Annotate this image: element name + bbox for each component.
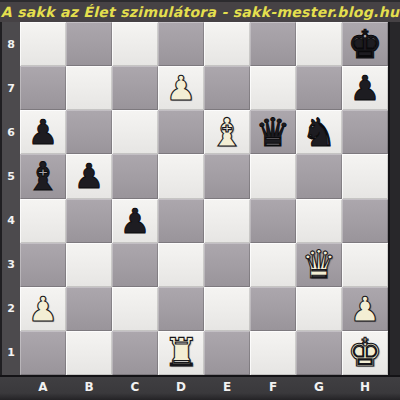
rank-label-7: 7 <box>2 66 20 110</box>
square-f8[interactable] <box>250 22 296 66</box>
square-c5[interactable] <box>112 154 158 198</box>
square-c4[interactable]: ♟ <box>112 199 158 243</box>
square-d3[interactable] <box>158 243 204 287</box>
black-pawn[interactable]: ♟ <box>66 154 112 198</box>
square-h4[interactable] <box>342 199 388 243</box>
square-g3[interactable]: ♛ <box>296 243 342 287</box>
page-title: A sakk az Élet szimulátora - sakk-mester… <box>1 4 399 20</box>
square-e8[interactable] <box>204 22 250 66</box>
square-a8[interactable] <box>20 22 66 66</box>
square-a2[interactable]: ♟ <box>20 287 66 331</box>
square-c1[interactable] <box>112 331 158 375</box>
square-c3[interactable] <box>112 243 158 287</box>
square-h6[interactable] <box>342 110 388 154</box>
square-a7[interactable] <box>20 66 66 110</box>
square-d5[interactable] <box>158 154 204 198</box>
white-queen[interactable]: ♛ <box>296 243 342 287</box>
file-label-e: E <box>204 375 250 398</box>
square-h2[interactable]: ♟ <box>342 287 388 331</box>
rank-label-2: 2 <box>2 287 20 331</box>
black-bishop[interactable]: ♝ <box>20 154 66 198</box>
white-pawn[interactable]: ♟ <box>20 287 66 331</box>
square-f3[interactable] <box>250 243 296 287</box>
square-d6[interactable] <box>158 110 204 154</box>
square-c2[interactable] <box>112 287 158 331</box>
file-label-f: F <box>250 375 296 398</box>
square-f7[interactable] <box>250 66 296 110</box>
square-c6[interactable] <box>112 110 158 154</box>
square-d8[interactable] <box>158 22 204 66</box>
rank-label-8: 8 <box>2 22 20 66</box>
square-b4[interactable] <box>66 199 112 243</box>
square-a3[interactable] <box>20 243 66 287</box>
square-g1[interactable] <box>296 331 342 375</box>
square-d7[interactable]: ♟ <box>158 66 204 110</box>
file-label-d: D <box>158 375 204 398</box>
square-b1[interactable] <box>66 331 112 375</box>
square-h5[interactable] <box>342 154 388 198</box>
white-bishop[interactable]: ♝ <box>204 110 250 154</box>
square-b3[interactable] <box>66 243 112 287</box>
file-label-a: A <box>20 375 66 398</box>
square-h1[interactable]: ♚ <box>342 331 388 375</box>
square-g6[interactable]: ♞ <box>296 110 342 154</box>
square-a5[interactable]: ♝ <box>20 154 66 198</box>
square-h7[interactable]: ♟ <box>342 66 388 110</box>
file-coordinates: ABCDEFGH <box>20 375 388 398</box>
square-a1[interactable] <box>20 331 66 375</box>
rank-coordinates: 87654321 <box>0 22 20 375</box>
square-e4[interactable] <box>204 199 250 243</box>
white-king[interactable]: ♚ <box>342 331 388 375</box>
square-f6[interactable]: ♛ <box>250 110 296 154</box>
square-c7[interactable] <box>112 66 158 110</box>
rank-label-4: 4 <box>2 199 20 243</box>
white-rook[interactable]: ♜ <box>158 331 204 375</box>
square-g5[interactable] <box>296 154 342 198</box>
square-b2[interactable] <box>66 287 112 331</box>
black-pawn[interactable]: ♟ <box>342 66 388 110</box>
square-b6[interactable] <box>66 110 112 154</box>
square-f4[interactable] <box>250 199 296 243</box>
square-a4[interactable] <box>20 199 66 243</box>
square-a6[interactable]: ♟ <box>20 110 66 154</box>
square-e7[interactable] <box>204 66 250 110</box>
square-d1[interactable]: ♜ <box>158 331 204 375</box>
board: ♚♟♟♟♝♛♞♝♟♟♛♟♟♜♚ <box>20 22 388 375</box>
file-label-g: G <box>296 375 342 398</box>
square-c8[interactable] <box>112 22 158 66</box>
title-bar: A sakk az Élet szimulátora - sakk-mester… <box>0 0 400 22</box>
square-g7[interactable] <box>296 66 342 110</box>
black-pawn[interactable]: ♟ <box>20 110 66 154</box>
chess-window: A sakk az Élet szimulátora - sakk-mester… <box>0 0 400 400</box>
black-king[interactable]: ♚ <box>342 22 388 66</box>
white-pawn[interactable]: ♟ <box>342 287 388 331</box>
square-f2[interactable] <box>250 287 296 331</box>
right-frame <box>388 22 400 400</box>
square-b8[interactable] <box>66 22 112 66</box>
square-e3[interactable] <box>204 243 250 287</box>
square-b7[interactable] <box>66 66 112 110</box>
rank-label-5: 5 <box>2 154 20 198</box>
square-d2[interactable] <box>158 287 204 331</box>
black-pawn[interactable]: ♟ <box>112 199 158 243</box>
file-label-h: H <box>342 375 388 398</box>
square-g4[interactable] <box>296 199 342 243</box>
square-f1[interactable] <box>250 331 296 375</box>
square-h3[interactable] <box>342 243 388 287</box>
square-e1[interactable] <box>204 331 250 375</box>
file-label-c: C <box>112 375 158 398</box>
square-e6[interactable]: ♝ <box>204 110 250 154</box>
square-g8[interactable] <box>296 22 342 66</box>
rank-label-6: 6 <box>2 110 20 154</box>
rank-label-1: 1 <box>2 331 20 375</box>
square-b5[interactable]: ♟ <box>66 154 112 198</box>
white-pawn[interactable]: ♟ <box>158 66 204 110</box>
file-label-b: B <box>66 375 112 398</box>
black-queen[interactable]: ♛ <box>250 110 296 154</box>
square-e2[interactable] <box>204 287 250 331</box>
square-g2[interactable] <box>296 287 342 331</box>
square-h8[interactable]: ♚ <box>342 22 388 66</box>
black-knight[interactable]: ♞ <box>296 110 342 154</box>
square-f5[interactable] <box>250 154 296 198</box>
square-d4[interactable] <box>158 199 204 243</box>
square-e5[interactable] <box>204 154 250 198</box>
rank-label-3: 3 <box>2 243 20 287</box>
